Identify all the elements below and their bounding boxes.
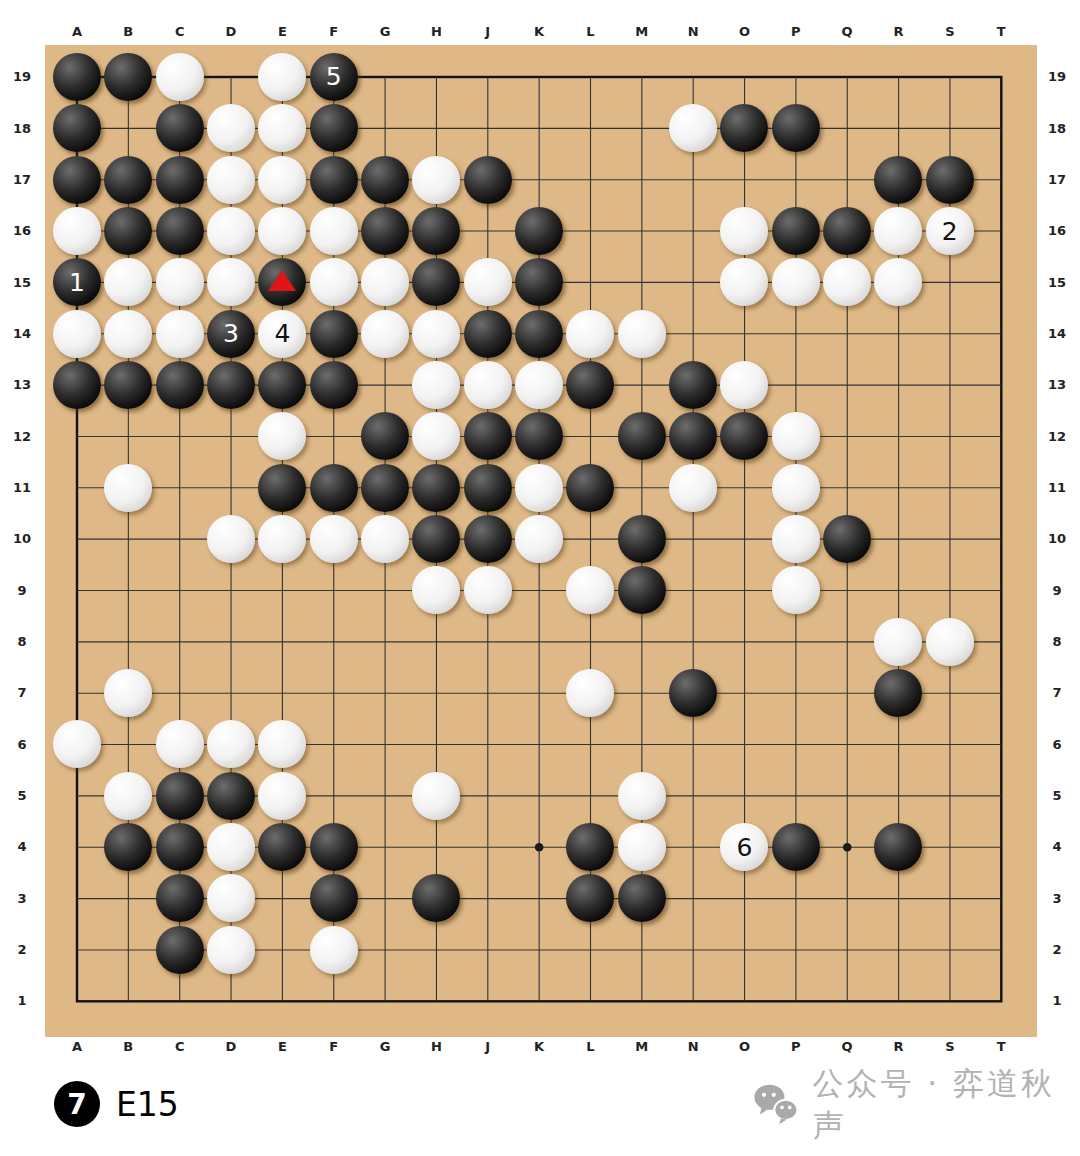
stone-C16 [156, 207, 204, 255]
coordinate-label: L [565, 1039, 616, 1054]
coordinate-label: R [873, 24, 924, 39]
stone-O15 [720, 258, 768, 306]
stone-A19 [53, 53, 101, 101]
coordinate-label: E [257, 1039, 308, 1054]
coordinate-label: 4 [6, 821, 38, 872]
stone-Q16 [823, 207, 871, 255]
stone-H17 [412, 156, 460, 204]
coordinate-label: 9 [6, 565, 38, 616]
stone-G15 [361, 258, 409, 306]
stone-B4 [104, 823, 152, 871]
stone-R7 [874, 669, 922, 717]
coordinate-label: J [462, 1039, 513, 1054]
coordinate-label: 19 [6, 51, 38, 102]
coordinate-label: 11 [1041, 462, 1073, 513]
stone-O13 [720, 361, 768, 409]
stone-M3 [618, 874, 666, 922]
stone-S16: 2 [926, 207, 974, 255]
coordinate-label: M [616, 24, 667, 39]
stone-K13 [515, 361, 563, 409]
stone-E16 [258, 207, 306, 255]
coordinate-label: 17 [1041, 154, 1073, 205]
watermark-text: 公众号 · 弈道秋声 [812, 1063, 1080, 1147]
stone-number: 6 [736, 835, 752, 860]
stone-K11 [515, 464, 563, 512]
coordinate-label: F [308, 24, 359, 39]
stone-E5 [258, 772, 306, 820]
stone-H14 [412, 310, 460, 358]
stone-E19 [258, 53, 306, 101]
stone-L13 [566, 361, 614, 409]
stone-D5 [207, 772, 255, 820]
stone-C2 [156, 926, 204, 974]
stone-D2 [207, 926, 255, 974]
stone-B15 [104, 258, 152, 306]
coordinate-label: 7 [6, 667, 38, 718]
stone-C3 [156, 874, 204, 922]
stone-J17 [464, 156, 512, 204]
stone-Q10 [823, 515, 871, 563]
coordinate-label: H [411, 24, 462, 39]
coordinate-label: D [205, 24, 256, 39]
stone-M9 [618, 566, 666, 614]
coordinate-label: 2 [6, 924, 38, 975]
coordinate-label: 13 [6, 359, 38, 410]
stone-K14 [515, 310, 563, 358]
stone-P4 [772, 823, 820, 871]
stone-Q15 [823, 258, 871, 306]
move-caption: 7 E15 [54, 1081, 179, 1127]
stone-O4: 6 [720, 823, 768, 871]
coordinate-label: F [308, 1039, 359, 1054]
triangle-marker-icon [268, 270, 296, 291]
stone-C5 [156, 772, 204, 820]
coordinate-label: 11 [6, 462, 38, 513]
stone-N7 [669, 669, 717, 717]
stone-O18 [720, 104, 768, 152]
stone-C18 [156, 104, 204, 152]
coordinate-label: M [616, 1039, 667, 1054]
coordinate-label: 5 [6, 770, 38, 821]
stone-number: 1 [69, 270, 85, 295]
stone-M10 [618, 515, 666, 563]
go-diagram-page: { "game": "go", "board": { "size": 19, "… [0, 0, 1080, 1156]
stone-H12 [412, 412, 460, 460]
stone-F13 [310, 361, 358, 409]
coordinate-label: P [770, 24, 821, 39]
stone-H15 [412, 258, 460, 306]
stone-C13 [156, 361, 204, 409]
move-coordinate: E15 [116, 1085, 179, 1124]
coordinate-label: 16 [1041, 205, 1073, 256]
stone-C6 [156, 720, 204, 768]
coordinate-label: 15 [1041, 257, 1073, 308]
coordinate-label: D [205, 1039, 256, 1054]
stone-G11 [361, 464, 409, 512]
move-number-stone: 7 [54, 1081, 100, 1127]
stone-D4 [207, 823, 255, 871]
coordinate-label: 1 [6, 975, 38, 1026]
stone-K15 [515, 258, 563, 306]
stone-F11 [310, 464, 358, 512]
stone-K10 [515, 515, 563, 563]
stone-A15: 1 [53, 258, 101, 306]
stone-P9 [772, 566, 820, 614]
coordinate-label: Q [821, 1039, 872, 1054]
stone-R4 [874, 823, 922, 871]
coordinate-label: 5 [1041, 770, 1073, 821]
column-labels-top: ABCDEFGHJKLMNOPQRST [51, 24, 1027, 39]
stone-E14: 4 [258, 310, 306, 358]
coordinate-label: 7 [1041, 667, 1073, 718]
coordinate-label: S [924, 1039, 975, 1054]
stone-A18 [53, 104, 101, 152]
coordinate-label: 10 [6, 513, 38, 564]
coordinate-label: 12 [6, 411, 38, 462]
go-board[interactable]: 513246 [45, 45, 1037, 1037]
stone-C19 [156, 53, 204, 101]
coordinate-label: O [719, 24, 770, 39]
stone-R8 [874, 618, 922, 666]
stone-P15 [772, 258, 820, 306]
stone-D18 [207, 104, 255, 152]
coordinate-label: 14 [1041, 308, 1073, 359]
stone-H3 [412, 874, 460, 922]
stone-M5 [618, 772, 666, 820]
coordinate-label: 19 [1041, 51, 1073, 102]
row-labels-right: 19181716151413121110987654321 [1041, 51, 1073, 1027]
stone-E12 [258, 412, 306, 460]
stone-F10 [310, 515, 358, 563]
stone-H10 [412, 515, 460, 563]
coordinate-label: G [359, 1039, 410, 1054]
stone-number: 3 [223, 321, 239, 346]
stone-P12 [772, 412, 820, 460]
coordinate-label: H [411, 1039, 462, 1054]
stone-E4 [258, 823, 306, 871]
stone-E6 [258, 720, 306, 768]
stone-J15 [464, 258, 512, 306]
coordinate-label: P [770, 1039, 821, 1054]
coordinate-label: N [667, 24, 718, 39]
stone-D3 [207, 874, 255, 922]
coordinate-label: 14 [6, 308, 38, 359]
coordinate-label: 10 [1041, 513, 1073, 564]
stone-F3 [310, 874, 358, 922]
stone-K12 [515, 412, 563, 460]
stone-G16 [361, 207, 409, 255]
stone-S17 [926, 156, 974, 204]
coordinate-label: 18 [6, 103, 38, 154]
stone-J11 [464, 464, 512, 512]
coordinate-label: 1 [1041, 975, 1073, 1026]
stone-A17 [53, 156, 101, 204]
stone-number: 5 [326, 64, 342, 89]
stone-C17 [156, 156, 204, 204]
stone-C15 [156, 258, 204, 306]
coordinate-label: 18 [1041, 103, 1073, 154]
coordinate-label: K [513, 1039, 564, 1054]
coordinate-label: 4 [1041, 821, 1073, 872]
coordinate-label: 15 [6, 257, 38, 308]
stone-E18 [258, 104, 306, 152]
stone-E15 [258, 258, 306, 306]
coordinate-label: G [359, 24, 410, 39]
stone-E17 [258, 156, 306, 204]
stone-L9 [566, 566, 614, 614]
stone-M14 [618, 310, 666, 358]
coordinate-label: B [103, 1039, 154, 1054]
stone-F16 [310, 207, 358, 255]
stone-E11 [258, 464, 306, 512]
stone-J9 [464, 566, 512, 614]
stone-K16 [515, 207, 563, 255]
stone-N11 [669, 464, 717, 512]
coordinate-label: A [51, 1039, 102, 1054]
coordinate-label: K [513, 24, 564, 39]
stone-L3 [566, 874, 614, 922]
stone-S8 [926, 618, 974, 666]
wechat-icon [752, 1082, 800, 1128]
stone-R17 [874, 156, 922, 204]
stone-B19 [104, 53, 152, 101]
coordinate-label: 6 [6, 719, 38, 770]
coordinate-label: C [154, 1039, 205, 1054]
coordinate-label: 12 [1041, 411, 1073, 462]
stone-H5 [412, 772, 460, 820]
coordinate-label: O [719, 1039, 770, 1054]
stone-F4 [310, 823, 358, 871]
coordinate-label: 3 [1041, 873, 1073, 924]
stone-B7 [104, 669, 152, 717]
stone-D13 [207, 361, 255, 409]
coordinate-label: 2 [1041, 924, 1073, 975]
stone-N13 [669, 361, 717, 409]
stone-N18 [669, 104, 717, 152]
stone-G10 [361, 515, 409, 563]
coordinate-label: 9 [1041, 565, 1073, 616]
coordinate-label: 16 [6, 205, 38, 256]
stone-number: 2 [942, 219, 958, 244]
stone-D14: 3 [207, 310, 255, 358]
stone-L14 [566, 310, 614, 358]
coordinate-label: 8 [1041, 616, 1073, 667]
stone-D6 [207, 720, 255, 768]
stone-D10 [207, 515, 255, 563]
stone-O16 [720, 207, 768, 255]
coordinate-label: T [975, 1039, 1026, 1054]
stone-J13 [464, 361, 512, 409]
stone-F19: 5 [310, 53, 358, 101]
coordinate-label: E [257, 24, 308, 39]
coordinate-label: 6 [1041, 719, 1073, 770]
stone-number: 4 [274, 321, 290, 346]
column-labels-bottom: ABCDEFGHJKLMNOPQRST [51, 1039, 1027, 1054]
stone-F15 [310, 258, 358, 306]
stone-H13 [412, 361, 460, 409]
stone-N12 [669, 412, 717, 460]
stone-H11 [412, 464, 460, 512]
stone-P11 [772, 464, 820, 512]
stone-B13 [104, 361, 152, 409]
stone-L11 [566, 464, 614, 512]
stone-P18 [772, 104, 820, 152]
stone-J14 [464, 310, 512, 358]
coordinate-label: C [154, 24, 205, 39]
stone-B11 [104, 464, 152, 512]
move-number: 7 [67, 1088, 86, 1121]
stone-F17 [310, 156, 358, 204]
stone-F14 [310, 310, 358, 358]
stones-layer: 513246 [51, 51, 1027, 1027]
row-labels-left: 19181716151413121110987654321 [6, 51, 38, 1027]
stone-L4 [566, 823, 614, 871]
coordinate-label: 3 [6, 873, 38, 924]
stone-E10 [258, 515, 306, 563]
stone-B17 [104, 156, 152, 204]
coordinate-label: B [103, 24, 154, 39]
stone-E13 [258, 361, 306, 409]
coordinate-label: A [51, 24, 102, 39]
stone-A13 [53, 361, 101, 409]
stone-R16 [874, 207, 922, 255]
stone-B5 [104, 772, 152, 820]
stone-F18 [310, 104, 358, 152]
stone-G14 [361, 310, 409, 358]
stone-G17 [361, 156, 409, 204]
stone-H9 [412, 566, 460, 614]
stone-B14 [104, 310, 152, 358]
stone-B16 [104, 207, 152, 255]
stone-O12 [720, 412, 768, 460]
stone-C14 [156, 310, 204, 358]
coordinate-label: R [873, 1039, 924, 1054]
stone-M12 [618, 412, 666, 460]
stone-A16 [53, 207, 101, 255]
stone-D16 [207, 207, 255, 255]
coordinate-label: 8 [6, 616, 38, 667]
stone-P10 [772, 515, 820, 563]
stone-G12 [361, 412, 409, 460]
stone-F2 [310, 926, 358, 974]
stone-A14 [53, 310, 101, 358]
stone-A6 [53, 720, 101, 768]
coordinate-label: L [565, 24, 616, 39]
coordinate-label: 13 [1041, 359, 1073, 410]
stone-H16 [412, 207, 460, 255]
stone-J12 [464, 412, 512, 460]
coordinate-label: Q [821, 24, 872, 39]
stone-C4 [156, 823, 204, 871]
stone-P16 [772, 207, 820, 255]
coordinate-label: T [975, 24, 1026, 39]
stone-M4 [618, 823, 666, 871]
coordinate-label: 17 [6, 154, 38, 205]
coordinate-label: N [667, 1039, 718, 1054]
stone-R15 [874, 258, 922, 306]
stone-D17 [207, 156, 255, 204]
stone-J10 [464, 515, 512, 563]
stone-D15 [207, 258, 255, 306]
coordinate-label: S [924, 24, 975, 39]
coordinate-label: J [462, 24, 513, 39]
watermark: 公众号 · 弈道秋声 [752, 1080, 1080, 1130]
stone-L7 [566, 669, 614, 717]
